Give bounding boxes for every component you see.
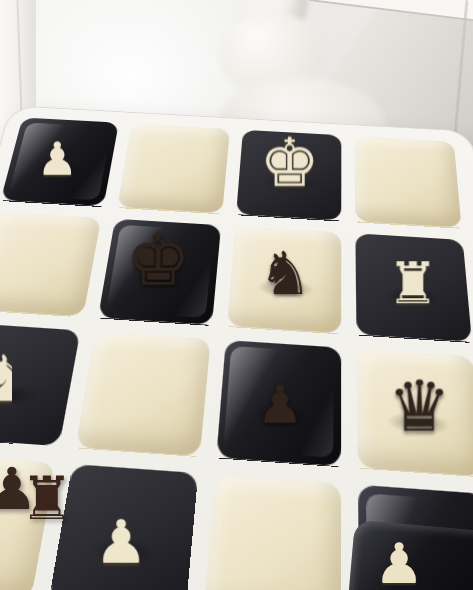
board-cell[interactable]: ♛: [356, 348, 473, 476]
board-cell[interactable]: [76, 331, 210, 456]
board-cell[interactable]: [0, 212, 102, 316]
board-cell[interactable]: [203, 474, 341, 590]
board-cell[interactable]: ♟: [1, 117, 120, 206]
board-cell[interactable]: [354, 136, 461, 228]
white-knight[interactable]: ♞: [0, 351, 66, 410]
white-rook[interactable]: ♜: [356, 257, 469, 310]
black-king[interactable]: ♚: [103, 227, 215, 294]
board-cell[interactable]: ♞: [0, 322, 81, 445]
board-cell[interactable]: [117, 124, 229, 214]
white-king[interactable]: ♚: [237, 132, 341, 194]
white-pawn[interactable]: ♟: [6, 138, 108, 180]
board-cell[interactable]: ♜: [355, 234, 472, 342]
offboard-black-rook[interactable]: ♜: [20, 468, 74, 528]
black-queen[interactable]: ♛: [357, 374, 473, 439]
photo: ♟ ♚ ♚ ♞ ♜ ♞ ♟ ♛ ♟ ♜: [0, 0, 473, 590]
board-cell[interactable]: ♚: [236, 130, 342, 221]
white-pawn[interactable]: ♟: [55, 515, 189, 570]
board-cell[interactable]: ♟: [216, 339, 341, 465]
black-knight[interactable]: ♞: [229, 247, 341, 302]
board-cell[interactable]: ♚: [98, 219, 220, 324]
offboard-white-pawn[interactable]: ♟: [374, 536, 424, 590]
black-pawn[interactable]: ♟: [218, 381, 341, 429]
board-cell[interactable]: ♞: [226, 226, 341, 332]
